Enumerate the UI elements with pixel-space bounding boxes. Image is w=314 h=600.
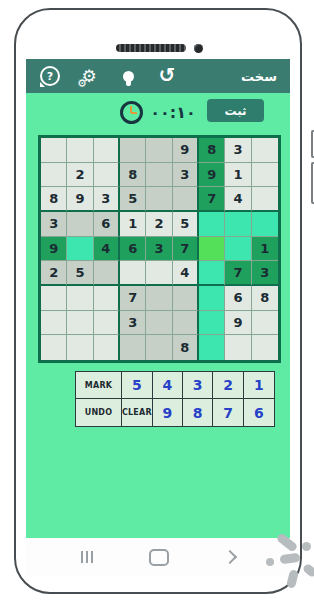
digit-7-button[interactable]: 7 xyxy=(213,399,243,426)
sudoku-cell-r1c8[interactable]: 3 xyxy=(225,138,251,163)
sudoku-cell-r5c2[interactable] xyxy=(67,237,93,262)
sudoku-cell-r8c8[interactable]: 9 xyxy=(225,311,251,336)
sudoku-cell-r1c1[interactable] xyxy=(41,138,67,163)
sudoku-cell-r6c6[interactable]: 4 xyxy=(173,261,199,286)
difficulty-label: سخت xyxy=(241,69,277,84)
bazaar-watermark xyxy=(266,538,314,600)
sudoku-cell-r2c5[interactable] xyxy=(146,163,172,188)
sudoku-cell-r7c5[interactable] xyxy=(146,286,172,311)
sudoku-cell-r5c6[interactable]: 7 xyxy=(173,237,199,262)
clock-icon xyxy=(120,101,143,124)
sudoku-cell-r8c5[interactable] xyxy=(146,311,172,336)
sudoku-cell-r3c1[interactable]: 8 xyxy=(41,187,67,212)
sudoku-cell-r4c1[interactable]: 3 xyxy=(41,212,67,237)
sudoku-cell-r6c1[interactable]: 2 xyxy=(41,261,67,286)
sudoku-cell-r1c2[interactable] xyxy=(67,138,93,163)
recents-button[interactable] xyxy=(81,551,93,563)
sudoku-cell-r3c3[interactable]: 3 xyxy=(94,187,120,212)
submit-button[interactable]: ثبت xyxy=(207,99,264,122)
sudoku-cell-r1c4[interactable] xyxy=(120,138,146,163)
app-screen: ? ⚙ ⚙ ↺ سخت ۰۰:۱۰ xyxy=(26,59,290,576)
sudoku-cell-r3c4[interactable]: 5 xyxy=(120,187,146,212)
help-button[interactable]: ? xyxy=(39,64,61,88)
hint-button[interactable] xyxy=(117,64,139,88)
sudoku-cell-r5c9[interactable]: 1 xyxy=(252,237,278,262)
sudoku-cell-r9c1[interactable] xyxy=(41,335,67,360)
sudoku-cell-r5c4[interactable]: 6 xyxy=(120,237,146,262)
sudoku-cell-r3c8[interactable]: 4 xyxy=(225,187,251,212)
timer-row: ۰۰:۱۰ ثبت xyxy=(26,93,290,135)
sudoku-cell-r2c6[interactable]: 3 xyxy=(173,163,199,188)
digit-8-button[interactable]: 8 xyxy=(183,399,213,426)
sudoku-cell-r9c2[interactable] xyxy=(67,335,93,360)
sudoku-cell-r9c4[interactable] xyxy=(120,335,146,360)
sudoku-cell-r7c1[interactable] xyxy=(41,286,67,311)
sudoku-cell-r8c9[interactable] xyxy=(252,311,278,336)
sudoku-cell-r7c6[interactable] xyxy=(173,286,199,311)
sudoku-cell-r1c7[interactable]: 8 xyxy=(199,138,225,163)
phone-frame: ? ⚙ ⚙ ↺ سخت ۰۰:۱۰ xyxy=(14,8,302,594)
recents-icon xyxy=(81,551,83,563)
mark-button[interactable]: MARK xyxy=(76,372,122,399)
home-button[interactable] xyxy=(149,549,169,566)
sudoku-cell-r2c2[interactable]: 2 xyxy=(67,163,93,188)
sudoku-cell-r7c2[interactable] xyxy=(67,286,93,311)
sudoku-cell-r7c4[interactable]: 7 xyxy=(120,286,146,311)
sudoku-cell-r4c4[interactable]: 1 xyxy=(120,212,146,237)
sudoku-cell-r9c6[interactable]: 8 xyxy=(173,335,199,360)
sudoku-cell-r8c4[interactable]: 3 xyxy=(120,311,146,336)
digit-5-button[interactable]: 5 xyxy=(122,372,153,399)
sudoku-cell-r4c7[interactable] xyxy=(199,212,225,237)
sudoku-cell-r4c3[interactable]: 6 xyxy=(94,212,120,237)
sudoku-cell-r4c2[interactable] xyxy=(67,212,93,237)
digit-3-button[interactable]: 3 xyxy=(183,372,213,399)
sudoku-cell-r9c5[interactable] xyxy=(146,335,172,360)
sudoku-cell-r4c6[interactable]: 5 xyxy=(173,212,199,237)
sudoku-cell-r6c4[interactable] xyxy=(120,261,146,286)
sudoku-cell-r3c6[interactable] xyxy=(173,187,199,212)
speaker-grille xyxy=(116,44,186,52)
sudoku-cell-r7c9[interactable]: 8 xyxy=(252,286,278,311)
sudoku-cell-r9c9[interactable] xyxy=(252,335,278,360)
sudoku-cell-r6c7[interactable] xyxy=(199,261,225,286)
sudoku-cell-r5c1[interactable]: 9 xyxy=(41,237,67,262)
gear-small-icon: ⚙ xyxy=(77,78,87,89)
sudoku-cell-r6c5[interactable] xyxy=(146,261,172,286)
power-button xyxy=(311,162,314,204)
sudoku-cell-r8c6[interactable] xyxy=(173,311,199,336)
sudoku-cell-r1c3[interactable] xyxy=(94,138,120,163)
sudoku-cell-r2c3[interactable] xyxy=(94,163,120,188)
sudoku-cell-r8c2[interactable] xyxy=(67,311,93,336)
sudoku-cell-r8c1[interactable] xyxy=(41,311,67,336)
sudoku-cell-r7c8[interactable]: 6 xyxy=(225,286,251,311)
timer-value: ۰۰:۱۰ xyxy=(150,103,195,122)
digit-2-button[interactable]: 2 xyxy=(213,372,243,399)
sudoku-cell-r6c3[interactable] xyxy=(94,261,120,286)
sudoku-cell-r3c5[interactable] xyxy=(146,187,172,212)
volume-button xyxy=(311,130,314,158)
sudoku-cell-r9c7[interactable] xyxy=(199,335,225,360)
clear-button[interactable]: CLEAR xyxy=(122,399,153,426)
sudoku-cell-r1c6[interactable]: 9 xyxy=(173,138,199,163)
sudoku-cell-r5c3[interactable]: 4 xyxy=(94,237,120,262)
sudoku-cell-r4c9[interactable] xyxy=(252,212,278,237)
sudoku-cell-r2c1[interactable] xyxy=(41,163,67,188)
sudoku-cell-r1c5[interactable] xyxy=(146,138,172,163)
sudoku-cell-r5c7[interactable] xyxy=(199,237,225,262)
sudoku-cell-r2c4[interactable]: 8 xyxy=(120,163,146,188)
sudoku-cell-r8c7[interactable] xyxy=(199,311,225,336)
sudoku-cell-r2c7[interactable]: 9 xyxy=(199,163,225,188)
sudoku-cell-r9c3[interactable] xyxy=(94,335,120,360)
number-pad: MARK54321UNDOCLEAR9876 xyxy=(75,371,275,427)
sudoku-board: 983283918935743612594637125473768398 xyxy=(38,135,281,363)
help-icon: ? xyxy=(40,66,60,86)
settings-button[interactable]: ⚙ ⚙ xyxy=(78,64,100,88)
digit-4-button[interactable]: 4 xyxy=(153,372,183,399)
sudoku-cell-r9c8[interactable] xyxy=(225,335,251,360)
sudoku-cell-r8c3[interactable] xyxy=(94,311,120,336)
sudoku-cell-r3c9[interactable] xyxy=(252,187,278,212)
sudoku-cell-r7c3[interactable] xyxy=(94,286,120,311)
digit-6-button[interactable]: 6 xyxy=(244,399,274,426)
sudoku-cell-r1c9[interactable] xyxy=(252,138,278,163)
sudoku-cell-r5c5[interactable]: 3 xyxy=(146,237,172,262)
sudoku-cell-r3c2[interactable]: 9 xyxy=(67,187,93,212)
back-button[interactable] xyxy=(223,550,237,564)
toolbar-icons: ? ⚙ ⚙ ↺ xyxy=(26,64,178,88)
sudoku-cell-r5c8[interactable] xyxy=(225,237,251,262)
undo-button[interactable]: ↺ xyxy=(156,64,178,88)
sudoku-cell-r6c2[interactable]: 5 xyxy=(67,261,93,286)
undo-button[interactable]: UNDO xyxy=(76,399,122,426)
sudoku-cell-r2c8[interactable]: 1 xyxy=(225,163,251,188)
sudoku-cell-r4c8[interactable] xyxy=(225,212,251,237)
sudoku-cell-r4c5[interactable]: 2 xyxy=(146,212,172,237)
digit-1-button[interactable]: 1 xyxy=(244,372,274,399)
sudoku-cell-r7c7[interactable] xyxy=(199,286,225,311)
sudoku-cell-r3c7[interactable]: 7 xyxy=(199,187,225,212)
digit-9-button[interactable]: 9 xyxy=(153,399,183,426)
lightbulb-icon xyxy=(123,71,134,82)
sudoku-cell-r6c8[interactable]: 7 xyxy=(225,261,251,286)
undo-icon: ↺ xyxy=(159,65,176,85)
sudoku-cell-r2c9[interactable] xyxy=(252,163,278,188)
app-top-bar: ? ⚙ ⚙ ↺ سخت xyxy=(26,59,290,93)
sudoku-cell-r6c9[interactable]: 3 xyxy=(252,261,278,286)
android-nav-bar xyxy=(26,538,290,576)
front-camera xyxy=(194,44,203,53)
